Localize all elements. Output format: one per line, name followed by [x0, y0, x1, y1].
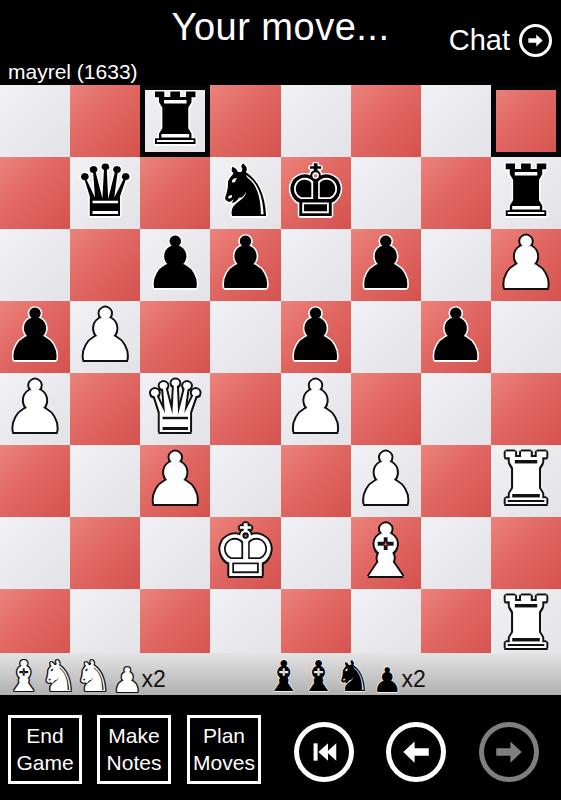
square-f5[interactable] [351, 301, 421, 373]
square-a4[interactable]: ♟ [0, 373, 70, 445]
square-f2[interactable]: ♝ [351, 517, 421, 589]
square-g2[interactable] [421, 517, 491, 589]
square-b7[interactable]: ♛ [70, 157, 140, 229]
captured-white-knight: ♞ [40, 661, 78, 694]
back-button[interactable] [386, 722, 446, 782]
make-notes-label-line2: Notes [107, 750, 162, 776]
square-b2[interactable] [70, 517, 140, 589]
square-f1[interactable] [351, 589, 421, 661]
square-d1[interactable] [210, 589, 280, 661]
square-g6[interactable] [421, 229, 491, 301]
square-h8[interactable] [491, 85, 561, 157]
captured-black-bishop: ♝ [300, 661, 338, 694]
captured-white-pieces: ♝♞♞♟x2 [5, 661, 166, 694]
make-notes-button[interactable]: Make Notes [97, 715, 171, 784]
square-c8[interactable]: ♜ [140, 85, 210, 157]
square-d4[interactable] [210, 373, 280, 445]
white-pawn: ♟ [73, 299, 138, 371]
header-bar: Your move... Chat mayrel (1633) [0, 0, 561, 85]
square-b3[interactable] [70, 445, 140, 517]
captured-pieces-tray: ♝♞♞♟x2 ♝♝♞♟x2 [0, 653, 561, 695]
black-knight: ♞ [213, 155, 278, 227]
square-e4[interactable]: ♟ [281, 373, 351, 445]
square-c7[interactable] [140, 157, 210, 229]
skip-to-start-icon [308, 736, 340, 768]
chess-board: ♜♛♞♚♜♟♟♟♟♟♟♟♟♟♛♟♟♟♜♚♝♜ [0, 85, 561, 645]
black-rook: ♜ [494, 155, 559, 227]
square-d6[interactable]: ♟ [210, 229, 280, 301]
black-rook: ♜ [143, 83, 208, 155]
square-g1[interactable] [421, 589, 491, 661]
square-e1[interactable] [281, 589, 351, 661]
square-h2[interactable] [491, 517, 561, 589]
black-pawn: ♟ [3, 299, 68, 371]
back-arrow-icon [399, 735, 433, 769]
square-d8[interactable] [210, 85, 280, 157]
square-e8[interactable] [281, 85, 351, 157]
white-pawn: ♟ [3, 371, 68, 443]
white-pawn: ♟ [353, 443, 418, 515]
captured-black-knight: ♞ [334, 661, 372, 694]
square-f8[interactable] [351, 85, 421, 157]
black-pawn: ♟ [283, 299, 348, 371]
captured-white-pawn-multiplier: x2 [141, 666, 165, 694]
square-g4[interactable] [421, 373, 491, 445]
square-a6[interactable] [0, 229, 70, 301]
white-queen: ♛ [143, 371, 208, 443]
white-pawn: ♟ [494, 227, 559, 299]
square-b1[interactable] [70, 589, 140, 661]
square-e3[interactable] [281, 445, 351, 517]
end-game-button[interactable]: End Game [8, 715, 82, 784]
square-h5[interactable] [491, 301, 561, 373]
square-c2[interactable] [140, 517, 210, 589]
square-f7[interactable] [351, 157, 421, 229]
chat-button[interactable]: Chat [449, 24, 552, 57]
square-h4[interactable] [491, 373, 561, 445]
square-a7[interactable] [0, 157, 70, 229]
chat-arrow-icon [519, 24, 552, 57]
square-g7[interactable] [421, 157, 491, 229]
square-a8[interactable] [0, 85, 70, 157]
square-b5[interactable]: ♟ [70, 301, 140, 373]
square-e7[interactable]: ♚ [281, 157, 351, 229]
square-f4[interactable] [351, 373, 421, 445]
square-c3[interactable]: ♟ [140, 445, 210, 517]
square-c5[interactable] [140, 301, 210, 373]
captured-black-pawn-multiplier: x2 [401, 666, 425, 694]
white-rook: ♜ [494, 443, 559, 515]
white-king: ♚ [213, 515, 278, 587]
black-pawn: ♟ [353, 227, 418, 299]
footer-bar: End Game Make Notes Plan Moves [0, 695, 561, 800]
square-d5[interactable] [210, 301, 280, 373]
square-g3[interactable] [421, 445, 491, 517]
captured-black-bishop: ♝ [265, 661, 303, 694]
forward-button[interactable] [479, 722, 539, 782]
forward-arrow-icon [492, 735, 526, 769]
square-f6[interactable]: ♟ [351, 229, 421, 301]
square-d3[interactable] [210, 445, 280, 517]
square-b8[interactable] [70, 85, 140, 157]
square-a5[interactable]: ♟ [0, 301, 70, 373]
square-g5[interactable]: ♟ [421, 301, 491, 373]
captured-white-pawn: ♟ [112, 667, 142, 694]
black-pawn: ♟ [424, 299, 489, 371]
captured-black-pawn: ♟ [372, 667, 402, 694]
square-c4[interactable]: ♛ [140, 373, 210, 445]
square-h1[interactable]: ♜ [491, 589, 561, 661]
square-b6[interactable] [70, 229, 140, 301]
square-d2[interactable]: ♚ [210, 517, 280, 589]
square-a2[interactable] [0, 517, 70, 589]
square-e5[interactable]: ♟ [281, 301, 351, 373]
black-pawn: ♟ [143, 227, 208, 299]
opponent-name: mayrel (1633) [8, 60, 138, 84]
square-b4[interactable] [70, 373, 140, 445]
white-rook: ♜ [494, 587, 559, 659]
captured-white-knight: ♞ [74, 661, 112, 694]
captured-black-pieces: ♝♝♞♟x2 [265, 661, 426, 694]
plan-moves-button[interactable]: Plan Moves [187, 715, 261, 784]
square-c6[interactable]: ♟ [140, 229, 210, 301]
white-pawn: ♟ [143, 443, 208, 515]
square-a1[interactable] [0, 589, 70, 661]
plan-moves-label-line2: Moves [193, 750, 255, 776]
square-f3[interactable]: ♟ [351, 445, 421, 517]
square-d7[interactable]: ♞ [210, 157, 280, 229]
chat-button-label: Chat [449, 24, 510, 57]
square-h7[interactable]: ♜ [491, 157, 561, 229]
end-game-label-line2: Game [16, 750, 73, 776]
black-pawn: ♟ [213, 227, 278, 299]
black-king: ♚ [283, 155, 348, 227]
white-pawn: ♟ [283, 371, 348, 443]
square-g8[interactable] [421, 85, 491, 157]
captured-white-bishop: ♝ [5, 661, 43, 694]
square-e6[interactable] [281, 229, 351, 301]
chess-app-window: Your move... Chat mayrel (1633) ♜♛♞♚♜♟♟♟… [0, 0, 561, 800]
square-a3[interactable] [0, 445, 70, 517]
plan-moves-label-line1: Plan [203, 723, 245, 749]
skip-to-start-button[interactable] [294, 722, 354, 782]
end-game-label-line1: End [26, 723, 63, 749]
square-c1[interactable] [140, 589, 210, 661]
square-e2[interactable] [281, 517, 351, 589]
make-notes-label-line1: Make [108, 723, 159, 749]
square-h6[interactable]: ♟ [491, 229, 561, 301]
white-bishop: ♝ [353, 515, 418, 587]
square-h3[interactable]: ♜ [491, 445, 561, 517]
black-queen: ♛ [73, 155, 138, 227]
